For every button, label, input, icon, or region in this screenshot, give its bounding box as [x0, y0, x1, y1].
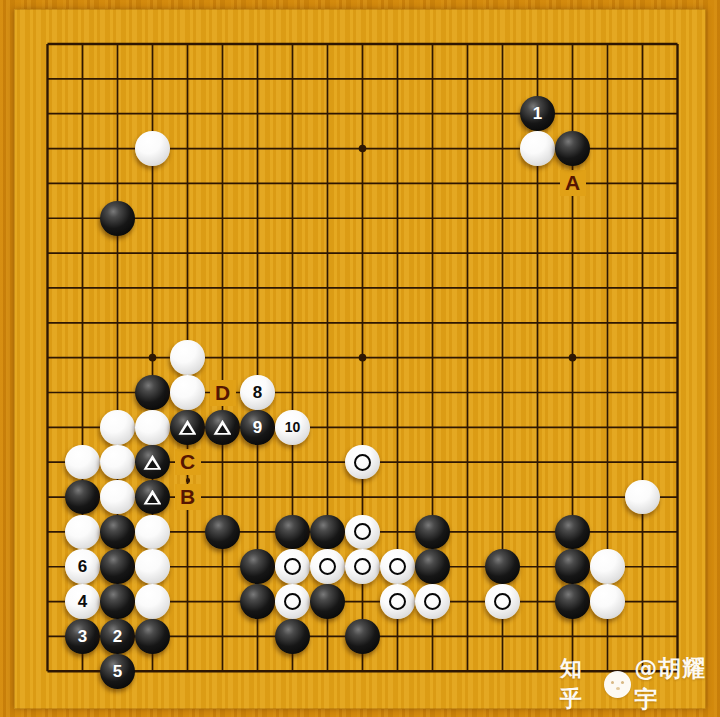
stone-white-c2-r12[interactable]: [100, 445, 135, 480]
stone-white-c3-r3[interactable]: [135, 131, 170, 166]
stone-white-c16-r16[interactable]: [590, 584, 625, 619]
stone-white-c3-r11[interactable]: [135, 410, 170, 445]
stone-white-c16-r15[interactable]: [590, 549, 625, 584]
triangle-mark: [143, 455, 161, 470]
star-point: [359, 145, 367, 153]
stone-white-c6-r10[interactable]: 8: [240, 375, 275, 410]
move-number: 6: [78, 558, 87, 575]
circle-mark: [354, 454, 371, 471]
stone-black-c13-r15[interactable]: [485, 549, 520, 584]
go-diagram: ADCB 1891064325 知乎 @胡耀宇: [0, 0, 720, 717]
stone-black-c6-r16[interactable]: [240, 584, 275, 619]
circle-mark: [389, 558, 406, 575]
star-point: [149, 354, 157, 362]
zhihu-logo-icon: [604, 671, 631, 698]
stone-white-c4-r10[interactable]: [170, 375, 205, 410]
label-D: D: [210, 380, 236, 406]
stone-black-c2-r17[interactable]: 2: [100, 619, 135, 654]
circle-mark: [319, 558, 336, 575]
stone-black-c2-r15[interactable]: [100, 549, 135, 584]
watermark-author-text: @胡耀宇: [634, 653, 720, 715]
triangle-mark: [143, 490, 161, 505]
move-number: 1: [533, 105, 542, 122]
stone-white-c8-r15[interactable]: [310, 549, 345, 584]
stone-black-c8-r14[interactable]: [310, 515, 345, 550]
stone-white-c10-r15[interactable]: [380, 549, 415, 584]
move-number: 4: [78, 593, 87, 610]
stone-white-c3-r15[interactable]: [135, 549, 170, 584]
stone-black-c15-r16[interactable]: [555, 584, 590, 619]
stone-black-c3-r13[interactable]: [135, 480, 170, 515]
stone-black-c14-r2[interactable]: 1: [520, 96, 555, 131]
stone-white-c7-r11[interactable]: 10: [275, 410, 310, 445]
circle-mark: [354, 523, 371, 540]
move-number: 9: [253, 419, 262, 436]
stone-white-c13-r16[interactable]: [485, 584, 520, 619]
circle-mark: [284, 593, 301, 610]
stone-black-c2-r18[interactable]: 5: [100, 654, 135, 689]
triangle-mark: [213, 420, 231, 435]
move-number: 5: [113, 663, 122, 680]
stone-black-c7-r14[interactable]: [275, 515, 310, 550]
stone-white-c14-r3[interactable]: [520, 131, 555, 166]
stone-black-c15-r14[interactable]: [555, 515, 590, 550]
stone-black-c15-r15[interactable]: [555, 549, 590, 584]
stone-black-c4-r11[interactable]: [170, 410, 205, 445]
stone-black-c3-r12[interactable]: [135, 445, 170, 480]
circle-mark: [354, 558, 371, 575]
stone-black-c11-r14[interactable]: [415, 515, 450, 550]
star-point: [359, 354, 367, 362]
move-number: 2: [113, 628, 122, 645]
stone-black-c3-r17[interactable]: [135, 619, 170, 654]
stone-black-c1-r17[interactable]: 3: [65, 619, 100, 654]
move-number: 10: [285, 420, 301, 434]
stone-black-c2-r16[interactable]: [100, 584, 135, 619]
stone-white-c10-r16[interactable]: [380, 584, 415, 619]
stone-black-c8-r16[interactable]: [310, 584, 345, 619]
label-A: A: [560, 170, 586, 196]
move-number: 8: [253, 384, 262, 401]
stone-white-c7-r15[interactable]: [275, 549, 310, 584]
stone-black-c3-r10[interactable]: [135, 375, 170, 410]
stone-white-c7-r16[interactable]: [275, 584, 310, 619]
circle-mark: [424, 593, 441, 610]
stone-white-c9-r12[interactable]: [345, 445, 380, 480]
stone-white-c2-r13[interactable]: [100, 480, 135, 515]
stone-white-c2-r11[interactable]: [100, 410, 135, 445]
triangle-mark: [178, 420, 196, 435]
label-C: C: [175, 449, 201, 475]
stone-white-c4-r9[interactable]: [170, 340, 205, 375]
stone-white-c1-r12[interactable]: [65, 445, 100, 480]
watermark-site-text: 知乎: [560, 654, 601, 714]
stone-black-c5-r11[interactable]: [205, 410, 240, 445]
stone-white-c9-r15[interactable]: [345, 549, 380, 584]
stone-black-c2-r14[interactable]: [100, 515, 135, 550]
stone-white-c3-r16[interactable]: [135, 584, 170, 619]
move-number: 3: [78, 628, 87, 645]
stone-white-c3-r14[interactable]: [135, 515, 170, 550]
stone-white-c9-r14[interactable]: [345, 515, 380, 550]
stone-white-c1-r16[interactable]: 4: [65, 584, 100, 619]
stone-white-c11-r16[interactable]: [415, 584, 450, 619]
circle-mark: [389, 593, 406, 610]
stone-black-c2-r5[interactable]: [100, 201, 135, 236]
circle-mark: [284, 558, 301, 575]
stone-black-c9-r17[interactable]: [345, 619, 380, 654]
stone-white-c17-r13[interactable]: [625, 480, 660, 515]
stone-black-c15-r3[interactable]: [555, 131, 590, 166]
stone-black-c7-r17[interactable]: [275, 619, 310, 654]
stone-black-c11-r15[interactable]: [415, 549, 450, 584]
label-B: B: [175, 484, 201, 510]
stone-white-c1-r15[interactable]: 6: [65, 549, 100, 584]
star-point: [569, 354, 577, 362]
small-dot-annotation: [186, 478, 191, 483]
circle-mark: [494, 593, 511, 610]
stone-black-c6-r11[interactable]: 9: [240, 410, 275, 445]
watermark: 知乎 @胡耀宇: [560, 666, 720, 702]
stone-black-c1-r13[interactable]: [65, 480, 100, 515]
stone-black-c6-r15[interactable]: [240, 549, 275, 584]
stone-white-c1-r14[interactable]: [65, 515, 100, 550]
stone-black-c5-r14[interactable]: [205, 515, 240, 550]
